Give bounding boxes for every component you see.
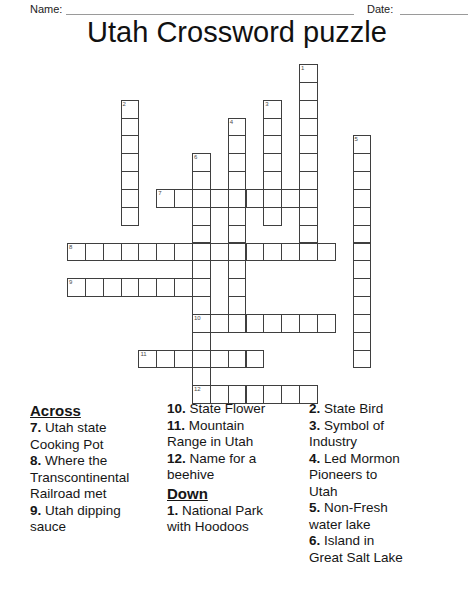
- grid-cell-r14c13[interactable]: [299, 314, 318, 333]
- grid-cell-r10c4[interactable]: [138, 243, 157, 262]
- grid-cell-r13c9[interactable]: [228, 296, 247, 315]
- grid-cell-r12c6[interactable]: [174, 278, 193, 297]
- grid-cell-r16c4[interactable]: 11: [138, 350, 157, 369]
- grid-cell-r5c7[interactable]: 6: [192, 153, 211, 172]
- grid-cell-r8c9[interactable]: [228, 207, 247, 226]
- grid-cell-r6c3[interactable]: [121, 171, 140, 190]
- clue-number: 8.: [30, 453, 41, 468]
- grid-cell-r17c7[interactable]: [192, 367, 211, 386]
- grid-cell-r7c7[interactable]: [192, 189, 211, 208]
- cell-number: 5: [355, 136, 358, 143]
- grid-cell-r16c6[interactable]: [174, 350, 193, 369]
- grid-cell-r9c7[interactable]: [192, 225, 211, 244]
- grid-cell-r16c7[interactable]: [192, 350, 211, 369]
- grid-cell-r10c6[interactable]: [174, 243, 193, 262]
- grid-cell-r14c10[interactable]: [246, 314, 265, 333]
- grid-cell-r12c16[interactable]: [353, 278, 372, 297]
- grid-cell-r7c9[interactable]: [228, 189, 247, 208]
- grid-cell-r14c8[interactable]: [210, 314, 229, 333]
- grid-cell-r2c13[interactable]: [299, 100, 318, 119]
- clue-1-down: 1. National Park with Hoodoos: [167, 503, 273, 536]
- grid-cell-r8c3[interactable]: [121, 207, 140, 226]
- grid-cell-r9c13[interactable]: [299, 225, 318, 244]
- grid-cell-r5c16[interactable]: [353, 153, 372, 172]
- grid-cell-r10c14[interactable]: [317, 243, 336, 262]
- grid-cell-r10c8[interactable]: [210, 243, 229, 262]
- grid-cell-r7c11[interactable]: [263, 189, 282, 208]
- grid-cell-r12c5[interactable]: [156, 278, 175, 297]
- cell-number: 7: [158, 190, 161, 197]
- grid-cell-r10c7[interactable]: [192, 243, 211, 262]
- grid-cell-r10c5[interactable]: [156, 243, 175, 262]
- crossword-grid: 123456101278911: [67, 64, 372, 405]
- grid-cell-r2c3[interactable]: 2: [121, 100, 140, 119]
- clue-2-down: 2. State Bird: [309, 401, 407, 418]
- across-clues-header: Across: [30, 402, 140, 420]
- grid-cell-r12c2[interactable]: [103, 278, 122, 297]
- grid-cell-r10c1[interactable]: [85, 243, 104, 262]
- cell-number: 11: [140, 351, 146, 358]
- grid-cell-r3c3[interactable]: [121, 118, 140, 137]
- clue-number: 10.: [167, 401, 186, 416]
- grid-cell-r2c11[interactable]: 3: [263, 100, 282, 119]
- clue-column-across: Across7. Utah state Cooking Pot8. Where …: [30, 401, 140, 536]
- cell-number: 9: [69, 279, 72, 286]
- cell-number: 2: [123, 101, 126, 108]
- grid-cell-r8c13[interactable]: [299, 207, 318, 226]
- clue-10-across: 10. State Flower: [167, 401, 273, 418]
- grid-cell-r16c10[interactable]: [246, 350, 265, 369]
- grid-cell-r6c11[interactable]: [263, 171, 282, 190]
- grid-cell-r10c0[interactable]: 8: [67, 243, 86, 262]
- grid-cell-r6c9[interactable]: [228, 171, 247, 190]
- grid-cell-r12c0[interactable]: 9: [67, 278, 86, 297]
- grid-cell-r14c7[interactable]: 10: [192, 314, 211, 333]
- clue-11-across: 11. Mountain Range in Utah: [167, 418, 273, 451]
- clue-number: 9.: [30, 503, 41, 518]
- grid-cell-r7c3[interactable]: [121, 189, 140, 208]
- grid-cell-r14c9[interactable]: [228, 314, 247, 333]
- cell-number: 3: [265, 101, 268, 108]
- grid-cell-r3c11[interactable]: [263, 118, 282, 137]
- name-label: Name:: [30, 3, 62, 15]
- grid-cell-r10c10[interactable]: [246, 243, 265, 262]
- grid-cell-r5c3[interactable]: [121, 153, 140, 172]
- grid-cell-r1c13[interactable]: [299, 82, 318, 101]
- cell-number: 4: [230, 119, 233, 126]
- clue-4-down: 4. Led Mormon Pioneers to Utah: [309, 451, 407, 501]
- grid-cell-r16c9[interactable]: [228, 350, 247, 369]
- cell-number: 1: [301, 65, 304, 72]
- cell-number: 6: [194, 154, 197, 161]
- clue-9-across: 9. Utah dipping sauce: [30, 503, 140, 536]
- grid-cell-r7c10[interactable]: [246, 189, 265, 208]
- puzzle-title: Utah Crossword puzzle: [0, 16, 474, 49]
- grid-cell-r3c13[interactable]: [299, 118, 318, 137]
- grid-cell-r10c11[interactable]: [263, 243, 282, 262]
- clue-number: 3.: [309, 418, 320, 433]
- clue-column-down: 2. State Bird3. Symbol of Industry4. Led…: [309, 401, 407, 566]
- name-input-line[interactable]: [66, 14, 354, 15]
- grid-cell-r8c11[interactable]: [263, 207, 282, 226]
- grid-cell-r16c8[interactable]: [210, 350, 229, 369]
- grid-cell-r11c16[interactable]: [353, 260, 372, 279]
- grid-cell-r16c5[interactable]: [156, 350, 175, 369]
- grid-cell-r4c16[interactable]: 5: [353, 135, 372, 154]
- clue-number: 11.: [167, 418, 185, 433]
- grid-cell-r14c14[interactable]: [317, 314, 336, 333]
- grid-cell-r4c3[interactable]: [121, 135, 140, 154]
- clue-12-across: 12. Name for a beehive: [167, 451, 273, 484]
- clue-number: 12.: [167, 451, 186, 466]
- grid-cell-r12c4[interactable]: [138, 278, 157, 297]
- grid-cell-r4c11[interactable]: [263, 135, 282, 154]
- grid-cell-r0c13[interactable]: 1: [299, 64, 318, 83]
- grid-cell-r11c9[interactable]: [228, 260, 247, 279]
- grid-cell-r10c2[interactable]: [103, 243, 122, 262]
- grid-cell-r10c16[interactable]: [353, 243, 372, 262]
- clue-5-down: 5. Non-Fresh water lake: [309, 500, 407, 533]
- clue-number: 1.: [167, 503, 178, 518]
- grid-cell-r10c13[interactable]: [299, 243, 318, 262]
- clue-6-down: 6. Island in Great Salt Lake: [309, 533, 407, 566]
- clue-number: 2.: [309, 401, 320, 416]
- grid-cell-r6c16[interactable]: [353, 171, 372, 190]
- cell-number: 10: [194, 315, 201, 322]
- grid-cell-r7c5[interactable]: 7: [156, 189, 175, 208]
- grid-cell-r7c13[interactable]: [299, 189, 318, 208]
- grid-cell-r10c12[interactable]: [281, 243, 300, 262]
- grid-cell-r8c7[interactable]: [192, 207, 211, 226]
- clue-3-down: 3. Symbol of Industry: [309, 418, 407, 451]
- cell-number: 8: [69, 244, 72, 251]
- grid-cell-r10c3[interactable]: [121, 243, 140, 262]
- grid-cell-r9c9[interactable]: [228, 225, 247, 244]
- grid-cell-r7c8[interactable]: [210, 189, 229, 208]
- grid-cell-r13c16[interactable]: [353, 296, 372, 315]
- clue-number: 6.: [309, 533, 320, 548]
- grid-cell-r5c11[interactable]: [263, 153, 282, 172]
- grid-cell-r12c7[interactable]: [192, 278, 211, 297]
- grid-cell-r14c12[interactable]: [281, 314, 300, 333]
- grid-cell-r6c13[interactable]: [299, 171, 318, 190]
- date-input-line[interactable]: [400, 14, 468, 15]
- grid-cell-r7c16[interactable]: [353, 189, 372, 208]
- clue-number: 4.: [309, 451, 320, 466]
- grid-cell-r15c7[interactable]: [192, 332, 211, 351]
- clue-7-across: 7. Utah state Cooking Pot: [30, 420, 140, 453]
- clue-column-middle: 10. State Flower11. Mountain Range in Ut…: [167, 401, 273, 536]
- grid-cell-r7c12[interactable]: [281, 189, 300, 208]
- grid-cell-r13c7[interactable]: [192, 296, 211, 315]
- grid-cell-r6c7[interactable]: [192, 171, 211, 190]
- grid-cell-r10c9[interactable]: [228, 243, 247, 262]
- grid-cell-r14c16[interactable]: [353, 314, 372, 333]
- cell-number: 12: [194, 386, 201, 393]
- grid-cell-r18c12[interactable]: [281, 385, 300, 404]
- grid-cell-r8c16[interactable]: [353, 207, 372, 226]
- grid-cell-r9c16[interactable]: [353, 225, 372, 244]
- clue-number: 5.: [309, 500, 320, 515]
- grid-cell-r3c9[interactable]: 4: [228, 118, 247, 137]
- grid-cell-r5c9[interactable]: [228, 153, 247, 172]
- grid-cell-r12c1[interactable]: [85, 278, 104, 297]
- clue-8-across: 8. Where the Transcontinental Railroad m…: [30, 453, 140, 503]
- grid-cell-r7c6[interactable]: [174, 189, 193, 208]
- grid-cell-r15c16[interactable]: [353, 332, 372, 351]
- down-clues-header: Down: [167, 485, 273, 503]
- date-label: Date:: [367, 3, 393, 15]
- grid-cell-r12c3[interactable]: [121, 278, 140, 297]
- grid-cell-r16c16[interactable]: [353, 350, 372, 369]
- grid-cell-r4c9[interactable]: [228, 135, 247, 154]
- clue-number: 7.: [30, 420, 41, 435]
- grid-cell-r11c7[interactable]: [192, 260, 211, 279]
- grid-cell-r12c9[interactable]: [228, 278, 247, 297]
- grid-cell-r14c11[interactable]: [263, 314, 282, 333]
- grid-cell-r5c13[interactable]: [299, 153, 318, 172]
- grid-cell-r4c13[interactable]: [299, 135, 318, 154]
